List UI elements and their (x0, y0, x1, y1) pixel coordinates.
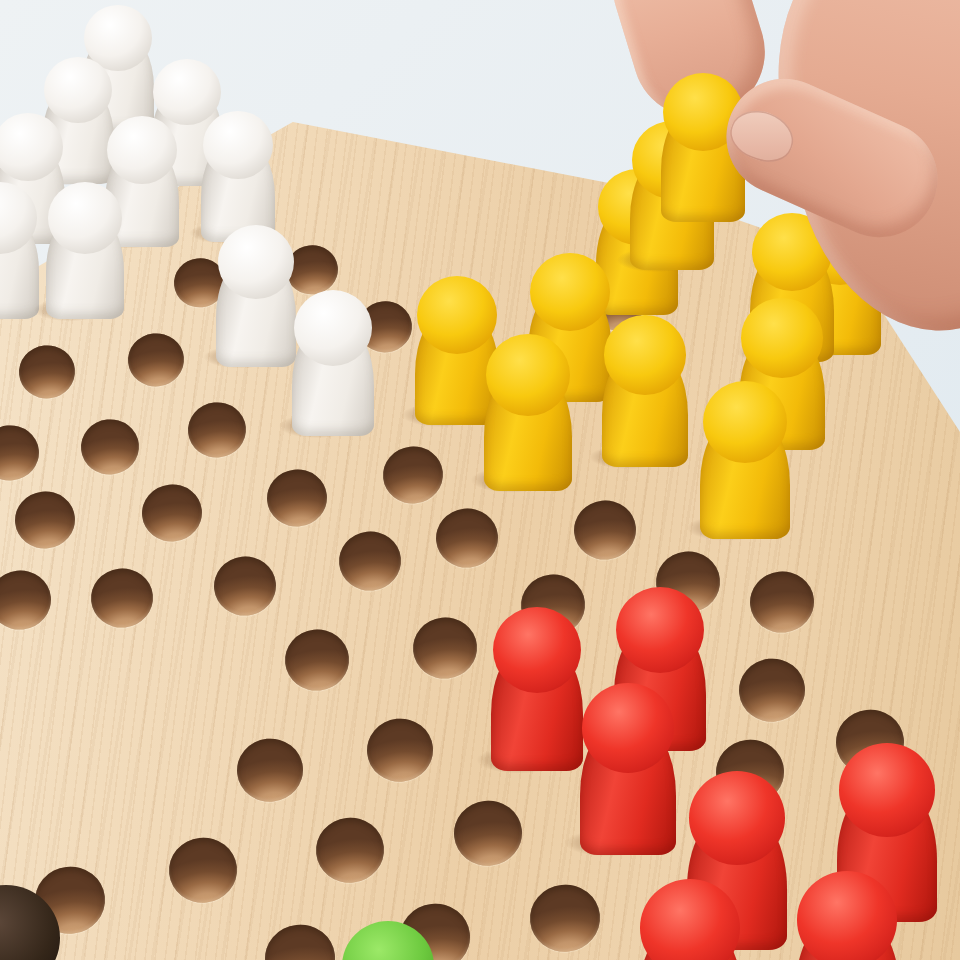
peg-head (741, 298, 823, 378)
peg-head (48, 182, 122, 254)
scene-photo-chinese-checkers (0, 0, 960, 960)
peg-head (218, 225, 294, 299)
peg-head (703, 381, 788, 464)
peg-head (203, 111, 273, 180)
peg-head (107, 116, 177, 185)
peg-head (417, 276, 497, 354)
peg-head (604, 315, 686, 395)
peg-head (153, 59, 221, 125)
peg-head (616, 587, 704, 673)
peg-head (839, 743, 935, 837)
peg-head (44, 57, 112, 123)
peg-head (689, 771, 785, 865)
peg-head (582, 683, 674, 773)
peg-head (493, 607, 581, 693)
peg-head (530, 253, 610, 331)
peg-head (797, 871, 897, 960)
peg-head (486, 334, 570, 416)
peg-head (294, 290, 372, 366)
